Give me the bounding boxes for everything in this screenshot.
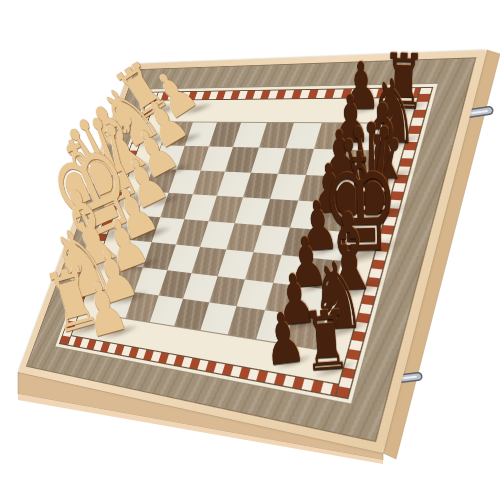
square-g8: [294, 286, 333, 319]
square-a8: [342, 123, 380, 150]
square-b8: [335, 149, 373, 177]
border-pattern-top: [147, 87, 434, 101]
square-d8: [319, 203, 357, 233]
square-h8: [285, 314, 324, 348]
square-c8: [327, 176, 365, 205]
chess-set-photo: ♜♞♝♛♚♝♞♜♟♟♟♟♟♟♟♟♟♟♟♟♟♟♟♟♜♞♝♛♚♝♞♜: [0, 0, 500, 500]
board-inlay-ring: [54, 83, 439, 405]
square-e8: [310, 230, 348, 261]
square-f8: [302, 258, 341, 290]
chess-board-grid: [102, 122, 380, 348]
